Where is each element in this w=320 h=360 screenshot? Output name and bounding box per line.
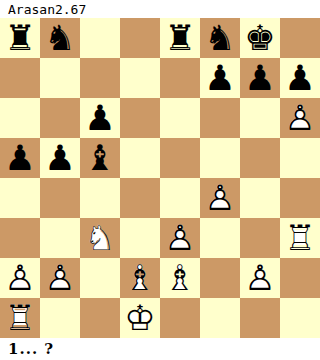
- square-e4[interactable]: [160, 178, 200, 218]
- square-f3[interactable]: [200, 218, 240, 258]
- square-f1[interactable]: [200, 298, 240, 338]
- black-bishop-icon: ♝: [80, 138, 120, 178]
- white-bishop-outline-icon: ♗: [160, 258, 200, 298]
- square-c6[interactable]: ♟: [80, 98, 120, 138]
- square-e8[interactable]: ♜: [160, 18, 200, 58]
- engine-title: Arasan2.67: [8, 2, 86, 17]
- square-f7[interactable]: ♟: [200, 58, 240, 98]
- square-a7[interactable]: [0, 58, 40, 98]
- white-bishop-outline-icon: ♗: [120, 258, 160, 298]
- white-pawn-outline-icon: ♙: [0, 258, 40, 298]
- square-g7[interactable]: ♟: [240, 58, 280, 98]
- square-h8[interactable]: [280, 18, 320, 58]
- square-c5[interactable]: ♝: [80, 138, 120, 178]
- white-king-icon: ♚: [120, 298, 160, 338]
- square-d1[interactable]: ♚♔: [120, 298, 160, 338]
- square-c4[interactable]: [80, 178, 120, 218]
- square-f5[interactable]: [200, 138, 240, 178]
- square-h3[interactable]: ♜♖: [280, 218, 320, 258]
- square-g1[interactable]: [240, 298, 280, 338]
- square-a3[interactable]: [0, 218, 40, 258]
- square-a1[interactable]: ♜♖: [0, 298, 40, 338]
- white-pawn-icon: ♟: [160, 218, 200, 258]
- square-c2[interactable]: [80, 258, 120, 298]
- black-pawn-icon: ♟: [280, 58, 320, 98]
- square-d8[interactable]: [120, 18, 160, 58]
- white-rook-icon: ♜: [0, 298, 40, 338]
- square-e5[interactable]: [160, 138, 200, 178]
- square-b5[interactable]: ♟: [40, 138, 80, 178]
- square-h2[interactable]: [280, 258, 320, 298]
- white-pawn-outline-icon: ♙: [280, 98, 320, 138]
- black-king-icon: ♚: [240, 18, 280, 58]
- square-f2[interactable]: [200, 258, 240, 298]
- square-a5[interactable]: ♟: [0, 138, 40, 178]
- square-g4[interactable]: [240, 178, 280, 218]
- square-h6[interactable]: ♟♙: [280, 98, 320, 138]
- square-f6[interactable]: [200, 98, 240, 138]
- white-pawn-outline-icon: ♙: [40, 258, 80, 298]
- square-f4[interactable]: ♟♙: [200, 178, 240, 218]
- white-knight-icon: ♞: [80, 218, 120, 258]
- square-d4[interactable]: [120, 178, 160, 218]
- black-pawn-icon: ♟: [80, 98, 120, 138]
- square-d7[interactable]: [120, 58, 160, 98]
- white-pawn-icon: ♟: [40, 258, 80, 298]
- square-b8[interactable]: ♞: [40, 18, 80, 58]
- square-b1[interactable]: [40, 298, 80, 338]
- white-pawn-outline-icon: ♙: [240, 258, 280, 298]
- square-d5[interactable]: [120, 138, 160, 178]
- white-pawn-icon: ♟: [200, 178, 240, 218]
- move-prompt: 1... ?: [8, 340, 54, 358]
- square-g3[interactable]: [240, 218, 280, 258]
- white-knight-outline-icon: ♘: [80, 218, 120, 258]
- white-pawn-icon: ♟: [240, 258, 280, 298]
- square-e7[interactable]: [160, 58, 200, 98]
- white-rook-outline-icon: ♖: [0, 298, 40, 338]
- square-d3[interactable]: [120, 218, 160, 258]
- black-rook-icon: ♜: [160, 18, 200, 58]
- square-b3[interactable]: [40, 218, 80, 258]
- square-g2[interactable]: ♟♙: [240, 258, 280, 298]
- square-h7[interactable]: ♟: [280, 58, 320, 98]
- black-pawn-icon: ♟: [200, 58, 240, 98]
- square-a8[interactable]: ♜: [0, 18, 40, 58]
- chess-board: ♜♞♜♞♚♟♟♟♟♟♙♟♟♝♟♙♞♘♟♙♜♖♟♙♟♙♝♗♝♗♟♙♜♖♚♔: [0, 18, 320, 338]
- white-pawn-icon: ♟: [0, 258, 40, 298]
- white-pawn-outline-icon: ♙: [160, 218, 200, 258]
- square-b7[interactable]: [40, 58, 80, 98]
- white-pawn-icon: ♟: [280, 98, 320, 138]
- white-bishop-icon: ♝: [160, 258, 200, 298]
- white-rook-outline-icon: ♖: [280, 218, 320, 258]
- square-d6[interactable]: [120, 98, 160, 138]
- black-pawn-icon: ♟: [0, 138, 40, 178]
- black-knight-icon: ♞: [200, 18, 240, 58]
- square-g6[interactable]: [240, 98, 280, 138]
- square-e3[interactable]: ♟♙: [160, 218, 200, 258]
- black-rook-icon: ♜: [0, 18, 40, 58]
- square-h1[interactable]: [280, 298, 320, 338]
- status-bar: 1... ?: [0, 338, 320, 360]
- white-rook-icon: ♜: [280, 218, 320, 258]
- white-pawn-outline-icon: ♙: [200, 178, 240, 218]
- square-g8[interactable]: ♚: [240, 18, 280, 58]
- square-e1[interactable]: [160, 298, 200, 338]
- square-b4[interactable]: [40, 178, 80, 218]
- square-c7[interactable]: [80, 58, 120, 98]
- square-h4[interactable]: [280, 178, 320, 218]
- square-g5[interactable]: [240, 138, 280, 178]
- square-d2[interactable]: ♝♗: [120, 258, 160, 298]
- black-pawn-icon: ♟: [40, 138, 80, 178]
- square-f8[interactable]: ♞: [200, 18, 240, 58]
- square-e2[interactable]: ♝♗: [160, 258, 200, 298]
- title-bar: Arasan2.67: [0, 0, 320, 18]
- white-bishop-icon: ♝: [120, 258, 160, 298]
- square-b2[interactable]: ♟♙: [40, 258, 80, 298]
- square-h5[interactable]: [280, 138, 320, 178]
- square-a2[interactable]: ♟♙: [0, 258, 40, 298]
- square-c8[interactable]: [80, 18, 120, 58]
- square-e6[interactable]: [160, 98, 200, 138]
- square-c3[interactable]: ♞♘: [80, 218, 120, 258]
- black-knight-icon: ♞: [40, 18, 80, 58]
- square-a4[interactable]: [0, 178, 40, 218]
- black-pawn-icon: ♟: [240, 58, 280, 98]
- square-c1[interactable]: [80, 298, 120, 338]
- square-b6[interactable]: [40, 98, 80, 138]
- square-a6[interactable]: [0, 98, 40, 138]
- white-king-outline-icon: ♔: [120, 298, 160, 338]
